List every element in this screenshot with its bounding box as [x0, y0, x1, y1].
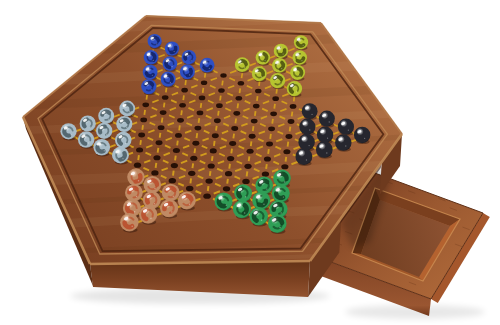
marble-highlight-small	[90, 126, 91, 127]
marble-highlight-small	[173, 196, 174, 197]
marble-highlight-small	[226, 204, 227, 205]
marble-highlight-small	[154, 188, 155, 189]
board-hole[interactable]	[272, 96, 279, 101]
board-hole[interactable]	[236, 96, 243, 101]
marble-highlight-small	[301, 60, 302, 61]
board-hole[interactable]	[214, 118, 221, 123]
marble-highlight-small	[151, 89, 152, 90]
board-hole[interactable]	[142, 102, 149, 107]
marble-highlight-small	[106, 134, 107, 135]
marble-glass	[354, 127, 370, 143]
board-hole[interactable]	[179, 103, 186, 108]
marble-highlight-small	[303, 45, 304, 46]
marble-highlight-small	[299, 75, 300, 76]
marble-glass	[298, 134, 315, 151]
marble-highlight-small	[266, 188, 267, 189]
marble-highlight-small	[134, 211, 135, 212]
board-hole[interactable]	[242, 179, 249, 184]
board-hole[interactable]	[238, 81, 244, 86]
board-hole[interactable]	[288, 119, 295, 124]
marble-highlight-small	[245, 196, 246, 197]
marble-highlight-small	[244, 67, 245, 68]
marble-highlight-small	[296, 91, 297, 92]
board-hole[interactable]	[201, 81, 207, 86]
board-hole[interactable]	[253, 104, 260, 109]
board-hole[interactable]	[251, 119, 258, 124]
board-hole[interactable]	[225, 171, 232, 176]
board-hole[interactable]	[266, 141, 273, 146]
board-hole[interactable]	[192, 141, 199, 146]
board-hole[interactable]	[223, 186, 230, 191]
marble-highlight-small	[244, 212, 245, 213]
chinese-checkers-board-photo	[0, 0, 500, 325]
marble-highlight-small	[281, 68, 282, 69]
marble-highlight-small	[172, 66, 173, 67]
marble-highlight-small	[283, 196, 284, 197]
marble-highlight-small	[190, 60, 191, 61]
marble-highlight-small	[153, 60, 154, 61]
board-hole[interactable]	[216, 103, 223, 108]
board-hole[interactable]	[177, 118, 184, 123]
marble-highlight-small	[326, 152, 327, 153]
board-hole[interactable]	[188, 171, 195, 176]
board-hole[interactable]	[171, 163, 178, 168]
marble-highlight-small	[138, 180, 139, 181]
marble-glass	[316, 141, 333, 158]
marble-highlight-small	[70, 134, 71, 135]
board-hole[interactable]	[197, 111, 204, 116]
board-hole[interactable]	[175, 133, 182, 138]
marble-highlight-small	[327, 137, 328, 138]
board-hole[interactable]	[181, 88, 188, 93]
marble-highlight-small	[279, 83, 280, 84]
marble-highlight-small	[311, 114, 312, 115]
board-hole[interactable]	[262, 172, 269, 177]
board-hole[interactable]	[140, 118, 147, 123]
marble-highlight-small	[136, 196, 137, 197]
marble-highlight-small	[279, 227, 280, 228]
board-hole[interactable]	[190, 156, 197, 161]
board-hole[interactable]	[218, 88, 225, 93]
marble-highlight-small	[261, 76, 262, 77]
board-hole[interactable]	[153, 155, 160, 160]
marble-highlight-small	[152, 75, 153, 76]
marble-highlight-small	[104, 150, 105, 151]
marble-highlight-small	[263, 204, 264, 205]
board-hole[interactable]	[199, 96, 206, 101]
board-hole[interactable]	[169, 178, 176, 183]
board-hole[interactable]	[194, 126, 201, 131]
marble-highlight-small	[189, 204, 190, 205]
marble-highlight-small	[125, 143, 126, 144]
board-hole[interactable]	[270, 111, 277, 116]
board-hole[interactable]	[290, 104, 297, 109]
board-hole[interactable]	[156, 140, 163, 145]
board-hole[interactable]	[205, 178, 212, 183]
marble-highlight-small	[150, 218, 151, 219]
board-hole[interactable]	[285, 134, 292, 139]
board-hole[interactable]	[158, 125, 165, 130]
marble-highlight-small	[308, 145, 309, 146]
marble-highlight-small	[261, 219, 262, 220]
board-hole[interactable]	[249, 134, 256, 139]
marble-highlight-small	[189, 74, 190, 75]
marble-highlight-small	[171, 211, 172, 212]
marble-highlight-small	[309, 129, 310, 130]
marble-highlight-small	[280, 212, 281, 213]
marble-highlight-small	[306, 159, 307, 160]
marble-highlight-small	[154, 203, 155, 204]
product-photo-stage	[0, 0, 500, 325]
board-hole[interactable]	[136, 148, 143, 153]
marble-highlight-small	[156, 43, 157, 44]
marble-highlight-small	[209, 68, 210, 69]
marble-highlight-small	[170, 82, 171, 83]
marble-highlight-small	[122, 158, 123, 159]
marble-highlight-small	[283, 53, 284, 54]
marble-highlight-small	[129, 111, 130, 112]
marble-highlight-small	[329, 121, 330, 122]
board-hole[interactable]	[162, 95, 169, 100]
marble-highlight-small	[284, 181, 285, 182]
board-hole[interactable]	[210, 148, 217, 153]
board-hole[interactable]	[229, 141, 236, 146]
marble-glass	[338, 119, 354, 135]
marble-glass	[317, 126, 333, 142]
marble-highlight-small	[364, 138, 365, 139]
marble-glass	[299, 119, 315, 135]
marble-glass	[302, 103, 318, 119]
marble-glass	[319, 111, 335, 127]
board-hole[interactable]	[244, 164, 251, 169]
board-hole[interactable]	[160, 110, 167, 115]
marble-highlight-small	[345, 145, 346, 146]
marble-glass	[335, 134, 352, 151]
board-hole[interactable]	[220, 73, 226, 78]
board-hole[interactable]	[281, 164, 288, 169]
board-hole[interactable]	[268, 126, 275, 131]
board-hole[interactable]	[283, 149, 290, 154]
marble-highlight-small	[264, 60, 265, 61]
board-hole[interactable]	[227, 156, 234, 161]
marble-highlight-small	[174, 51, 175, 52]
board-hole[interactable]	[255, 89, 262, 94]
board-hole[interactable]	[151, 170, 158, 175]
board-hole[interactable]	[212, 133, 219, 138]
marble-highlight-small	[88, 142, 89, 143]
board-hole[interactable]	[247, 149, 254, 154]
board-hole[interactable]	[134, 163, 141, 168]
board-hole[interactable]	[208, 163, 215, 168]
marble-highlight-small	[348, 129, 349, 130]
marble-glass	[295, 148, 312, 165]
board-hole[interactable]	[138, 133, 145, 138]
board-hole[interactable]	[233, 111, 240, 116]
marble-highlight-small	[108, 119, 109, 120]
board-hole[interactable]	[173, 148, 180, 153]
marble-highlight-small	[126, 127, 127, 128]
board-hole[interactable]	[264, 156, 271, 161]
board-hole[interactable]	[186, 186, 193, 191]
board-hole[interactable]	[203, 193, 211, 198]
board-hole[interactable]	[231, 126, 238, 131]
marble-highlight-small	[131, 225, 132, 226]
